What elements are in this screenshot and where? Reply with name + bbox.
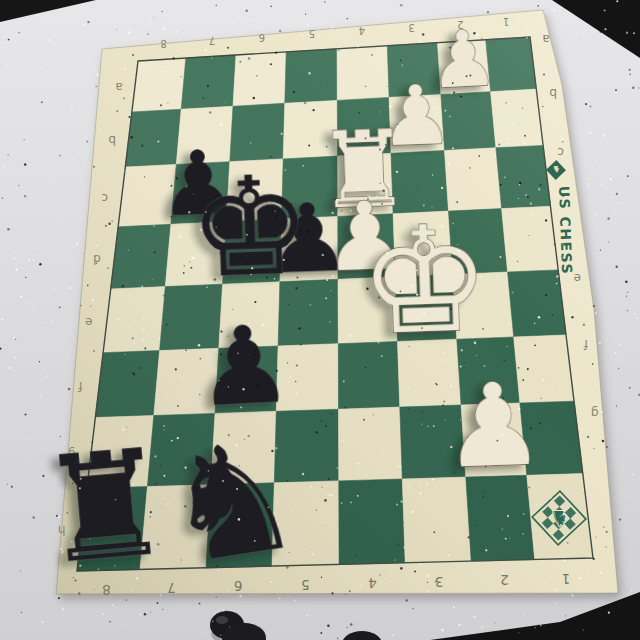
coord-top-3: 3 [408, 22, 414, 33]
black-king-d6[interactable]: ♚ [186, 146, 313, 308]
white-pawn-g2[interactable]: ♟ [440, 357, 547, 493]
coord-bottom-2: 2 [500, 572, 509, 588]
coord-right-b: b [549, 86, 557, 100]
coord-left-b: b [108, 133, 116, 147]
coord-bottom-1: 1 [562, 571, 571, 587]
svg-text:♞: ♞ [550, 506, 569, 530]
white-king-e3[interactable]: ♚ [356, 192, 493, 366]
us-chess-logo-text: US CHESS [556, 186, 575, 276]
coord-left-a: a [115, 80, 122, 94]
svg-text:♞: ♞ [552, 164, 560, 174]
chessboard-photo: 8765432187654321abcdefghabcefgUS CHESS♞♞… [0, 0, 640, 640]
coord-top-5: 5 [309, 28, 315, 39]
coord-top-1: 1 [503, 16, 509, 27]
coord-left-e: e [85, 315, 92, 329]
coord-right-a: a [542, 32, 549, 46]
coord-top-7: 7 [209, 35, 215, 46]
coord-right-c: c [557, 145, 564, 159]
coord-right-g: g [591, 406, 599, 420]
coord-top-6: 6 [259, 32, 265, 43]
coord-top-8: 8 [160, 38, 166, 49]
coord-bottom-4: 4 [368, 575, 377, 591]
coord-top-4: 4 [359, 25, 365, 36]
coord-left-c: c [101, 191, 108, 205]
black-rook-h8[interactable]: ♜ [33, 416, 178, 597]
photo-canvas: 8765432187654321abcdefghabcefgUS CHESS♞♞… [0, 0, 640, 640]
